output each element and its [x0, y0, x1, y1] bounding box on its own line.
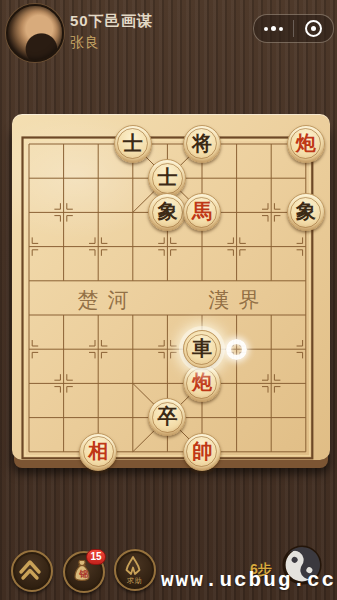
piece-glyph: 士: [123, 133, 143, 153]
piece-red-general[interactable]: 帥: [183, 433, 221, 471]
piece-black-elephant[interactable]: 象: [148, 193, 186, 231]
miniprogram-capsule: [253, 14, 334, 43]
piece-black-chariot[interactable]: 車: [183, 330, 221, 368]
piece-glyph: 象: [157, 201, 177, 221]
piece-glyph: 馬: [192, 201, 212, 221]
more-button[interactable]: [254, 15, 293, 42]
player-name: 张良: [70, 34, 100, 52]
piece-red-elephant[interactable]: 相: [79, 433, 117, 471]
piece-glyph: 象: [296, 201, 316, 221]
player-avatar[interactable]: [6, 4, 64, 62]
piece-black-general[interactable]: 将: [183, 125, 221, 163]
piece-red-horse[interactable]: 馬: [183, 193, 221, 231]
target-circle-icon: [305, 20, 322, 37]
piece-glyph: 相: [88, 441, 108, 461]
piece-glyph: 炮: [296, 133, 316, 153]
piece-black-advisor[interactable]: 士: [114, 125, 152, 163]
piece-glyph: 将: [192, 133, 212, 153]
more-dots-icon: [264, 26, 283, 31]
piece-glyph: 炮: [192, 372, 212, 392]
piece-glyph: 卒: [157, 406, 177, 426]
exit-button[interactable]: [294, 15, 333, 42]
bag-char: 锦: [65, 568, 103, 581]
piece-black-elephant[interactable]: 象: [287, 193, 325, 231]
piece-glyph: 士: [157, 167, 177, 187]
hint-count-badge: 15: [86, 549, 106, 565]
menu-button[interactable]: [11, 550, 53, 592]
piece-black-soldier[interactable]: 卒: [148, 398, 186, 436]
pieces-layer: 士将炮士象馬象車炮卒相帥: [12, 127, 323, 469]
piece-glyph: 車: [192, 338, 212, 358]
piece-glyph: 帥: [192, 441, 212, 461]
piece-black-advisor[interactable]: 士: [148, 159, 186, 197]
help-label: 求助: [116, 576, 154, 586]
ask-help-button[interactable]: 求助: [114, 549, 156, 591]
selection-cursor: [226, 339, 247, 360]
level-title: 50下邑画谋: [70, 12, 153, 31]
xiangqi-board[interactable]: 楚河 漢界 士将炮士象馬象車炮卒相帥: [12, 114, 330, 460]
piece-red-cannon[interactable]: 炮: [287, 125, 325, 163]
chevron-up-icon: [13, 552, 47, 586]
piece-red-cannon[interactable]: 炮: [183, 364, 221, 402]
watermark: www.ucbug.cc: [161, 569, 336, 592]
